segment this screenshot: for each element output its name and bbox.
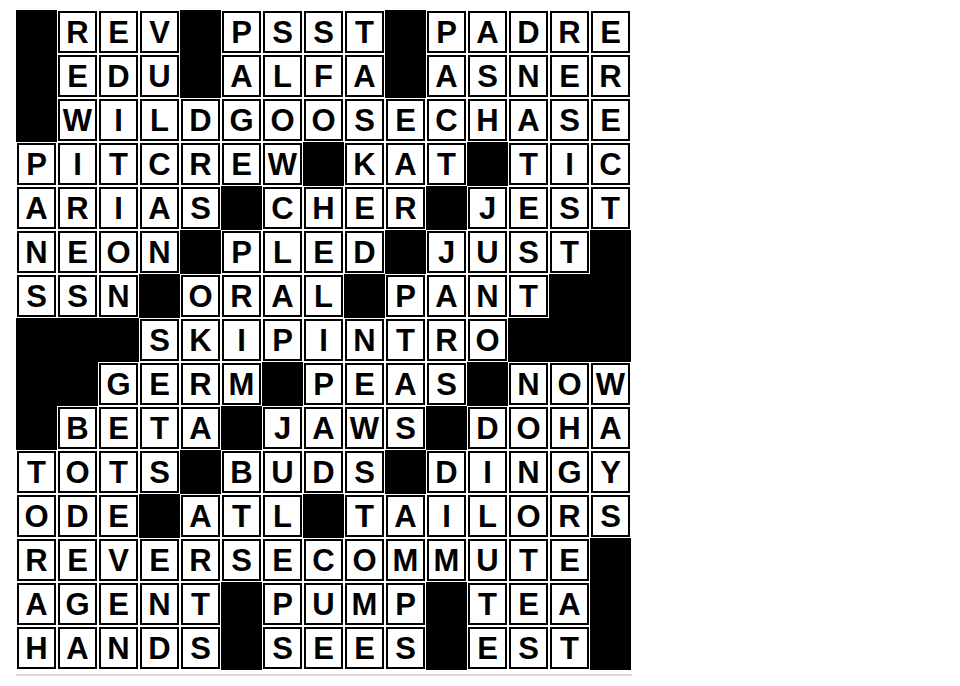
letter-cell[interactable]: T: [468, 583, 507, 625]
letter-cell[interactable]: Y: [591, 451, 630, 493]
letter-cell[interactable]: T: [345, 495, 384, 537]
letter-cell[interactable]: C: [304, 539, 343, 581]
letter-cell[interactable]: T: [140, 407, 179, 449]
black-cell: [426, 626, 467, 670]
letter-cell[interactable]: S: [550, 99, 589, 141]
letter-cell[interactable]: G: [222, 99, 261, 141]
black-cell: [385, 10, 426, 54]
letter-cell[interactable]: J: [427, 231, 466, 273]
black-cell: [16, 318, 57, 362]
letter-cell[interactable]: L: [140, 99, 179, 141]
letter-cell[interactable]: R: [386, 187, 425, 229]
letter-cell[interactable]: S: [263, 11, 302, 53]
letter-cell[interactable]: I: [468, 451, 507, 493]
letter-cell[interactable]: C: [263, 187, 302, 229]
letter-cell[interactable]: E: [550, 539, 589, 581]
letter-cell[interactable]: D: [140, 627, 179, 669]
letter-cell[interactable]: A: [550, 583, 589, 625]
black-cell: [590, 626, 631, 670]
letter-cell[interactable]: O: [345, 539, 384, 581]
black-cell: [303, 142, 344, 186]
letter-cell[interactable]: D: [304, 451, 343, 493]
letter-cell[interactable]: S: [345, 451, 384, 493]
letter-cell[interactable]: P: [263, 319, 302, 361]
letter-cell[interactable]: H: [550, 407, 589, 449]
letter-cell[interactable]: E: [509, 583, 548, 625]
letter-cell[interactable]: E: [591, 99, 630, 141]
crossword-board: REVPSSTPADREEDUALFAASNERWILDGOOSECHASEPI…: [16, 10, 631, 670]
letter-cell[interactable]: U: [468, 539, 507, 581]
letter-cell[interactable]: T: [99, 451, 138, 493]
letter-cell[interactable]: P: [222, 231, 261, 273]
letter-cell[interactable]: A: [58, 627, 97, 669]
letter-cell[interactable]: H: [17, 627, 56, 669]
black-cell: [508, 318, 549, 362]
letter-cell[interactable]: A: [591, 407, 630, 449]
letter-cell[interactable]: O: [468, 319, 507, 361]
letter-cell[interactable]: W: [58, 99, 97, 141]
letter-cell[interactable]: T: [550, 231, 589, 273]
letter-cell[interactable]: E: [304, 627, 343, 669]
black-cell: [549, 274, 590, 318]
letter-cell[interactable]: R: [550, 11, 589, 53]
black-cell: [426, 186, 467, 230]
letter-cell[interactable]: D: [181, 99, 220, 141]
black-cell: [385, 230, 426, 274]
letter-cell[interactable]: U: [140, 55, 179, 97]
letter-cell[interactable]: S: [386, 627, 425, 669]
letter-cell[interactable]: I: [427, 495, 466, 537]
black-cell: [426, 406, 467, 450]
letter-cell[interactable]: A: [427, 55, 466, 97]
letter-cell[interactable]: S: [263, 627, 302, 669]
letter-cell[interactable]: P: [263, 583, 302, 625]
letter-cell[interactable]: E: [99, 495, 138, 537]
letter-cell[interactable]: E: [591, 11, 630, 53]
black-cell: [590, 318, 631, 362]
letter-cell[interactable]: W: [263, 143, 302, 185]
letter-cell[interactable]: A: [386, 495, 425, 537]
letter-cell[interactable]: E: [386, 99, 425, 141]
letter-cell[interactable]: H: [468, 99, 507, 141]
letter-cell[interactable]: S: [345, 99, 384, 141]
letter-cell[interactable]: T: [509, 539, 548, 581]
letter-cell[interactable]: T: [509, 143, 548, 185]
letter-cell[interactable]: D: [427, 451, 466, 493]
black-cell: [385, 450, 426, 494]
letter-cell[interactable]: O: [17, 495, 56, 537]
letter-cell[interactable]: B: [58, 407, 97, 449]
letter-cell[interactable]: E: [345, 187, 384, 229]
letter-cell[interactable]: O: [509, 407, 548, 449]
letter-cell[interactable]: S: [427, 363, 466, 405]
letter-cell[interactable]: D: [58, 495, 97, 537]
letter-cell[interactable]: G: [99, 363, 138, 405]
letter-cell[interactable]: R: [181, 143, 220, 185]
letter-cell[interactable]: L: [263, 231, 302, 273]
letter-cell[interactable]: O: [509, 495, 548, 537]
letter-cell[interactable]: T: [222, 495, 261, 537]
letter-cell[interactable]: A: [181, 407, 220, 449]
black-cell: [180, 230, 221, 274]
letter-cell[interactable]: T: [181, 583, 220, 625]
black-cell: [180, 10, 221, 54]
page: REVPSSTPADREEDUALFAASNERWILDGOOSECHASEPI…: [0, 0, 960, 686]
letter-cell[interactable]: U: [263, 451, 302, 493]
letter-cell[interactable]: A: [427, 275, 466, 317]
letter-cell[interactable]: D: [345, 231, 384, 273]
letter-cell[interactable]: J: [468, 187, 507, 229]
letter-cell[interactable]: I: [550, 143, 589, 185]
letter-cell[interactable]: E: [509, 187, 548, 229]
black-cell: [16, 10, 57, 54]
black-cell: [57, 362, 98, 406]
black-cell: [590, 274, 631, 318]
letter-cell[interactable]: A: [17, 583, 56, 625]
letter-cell[interactable]: A: [140, 187, 179, 229]
black-cell: [16, 98, 57, 142]
letter-cell[interactable]: E: [345, 363, 384, 405]
letter-cell[interactable]: W: [591, 363, 630, 405]
letter-cell[interactable]: K: [181, 319, 220, 361]
letter-cell[interactable]: K: [345, 143, 384, 185]
letter-cell[interactable]: T: [99, 143, 138, 185]
letter-cell[interactable]: M: [345, 583, 384, 625]
letter-cell[interactable]: P: [427, 11, 466, 53]
letter-cell[interactable]: E: [222, 143, 261, 185]
letter-cell[interactable]: J: [263, 407, 302, 449]
letter-cell[interactable]: B: [222, 451, 261, 493]
letter-cell[interactable]: S: [58, 275, 97, 317]
letter-cell[interactable]: A: [263, 275, 302, 317]
black-cell: [221, 582, 262, 626]
letter-cell[interactable]: I: [58, 143, 97, 185]
letter-cell[interactable]: N: [509, 55, 548, 97]
letter-cell[interactable]: I: [304, 319, 343, 361]
letter-cell[interactable]: S: [591, 495, 630, 537]
letter-cell[interactable]: C: [427, 99, 466, 141]
letter-cell[interactable]: O: [181, 275, 220, 317]
letter-cell[interactable]: S: [222, 539, 261, 581]
letter-cell[interactable]: S: [17, 275, 56, 317]
letter-cell[interactable]: E: [140, 363, 179, 405]
letter-cell[interactable]: L: [468, 495, 507, 537]
black-cell: [16, 406, 57, 450]
letter-cell[interactable]: L: [304, 275, 343, 317]
letter-cell[interactable]: S: [304, 11, 343, 53]
black-cell: [98, 318, 139, 362]
letter-cell[interactable]: E: [58, 231, 97, 273]
letter-cell[interactable]: P: [386, 275, 425, 317]
letter-cell[interactable]: E: [304, 231, 343, 273]
letter-cell[interactable]: A: [304, 407, 343, 449]
letter-cell[interactable]: N: [509, 451, 548, 493]
letter-cell[interactable]: E: [550, 55, 589, 97]
letter-cell[interactable]: M: [386, 539, 425, 581]
letter-cell[interactable]: M: [222, 363, 261, 405]
letter-cell[interactable]: F: [304, 55, 343, 97]
black-cell: [590, 230, 631, 274]
letter-cell[interactable]: S: [550, 187, 589, 229]
letter-cell[interactable]: P: [304, 363, 343, 405]
letter-cell[interactable]: N: [99, 627, 138, 669]
letter-cell[interactable]: S: [181, 627, 220, 669]
letter-cell[interactable]: O: [263, 99, 302, 141]
black-cell: [221, 406, 262, 450]
letter-cell[interactable]: R: [58, 11, 97, 53]
letter-cell[interactable]: R: [17, 539, 56, 581]
letter-cell[interactable]: E: [99, 11, 138, 53]
black-cell: [467, 142, 508, 186]
letter-cell[interactable]: S: [140, 319, 179, 361]
letter-cell[interactable]: W: [345, 407, 384, 449]
black-cell: [139, 274, 180, 318]
letter-cell[interactable]: T: [591, 187, 630, 229]
letter-cell[interactable]: A: [222, 55, 261, 97]
black-cell: [16, 362, 57, 406]
letter-cell[interactable]: P: [386, 583, 425, 625]
black-cell: [16, 54, 57, 98]
letter-cell[interactable]: C: [140, 143, 179, 185]
letter-cell[interactable]: D: [99, 55, 138, 97]
letter-cell[interactable]: N: [345, 319, 384, 361]
letter-cell[interactable]: A: [181, 495, 220, 537]
black-cell: [139, 494, 180, 538]
letter-cell[interactable]: A: [345, 55, 384, 97]
letter-cell[interactable]: T: [345, 11, 384, 53]
letter-cell[interactable]: E: [140, 539, 179, 581]
black-cell: [303, 494, 344, 538]
letter-cell[interactable]: L: [263, 55, 302, 97]
letter-cell[interactable]: M: [427, 539, 466, 581]
letter-cell[interactable]: E: [263, 539, 302, 581]
letter-cell[interactable]: E: [99, 583, 138, 625]
letter-cell[interactable]: H: [304, 187, 343, 229]
letter-cell[interactable]: R: [222, 275, 261, 317]
letter-cell[interactable]: A: [17, 187, 56, 229]
letter-cell[interactable]: T: [17, 451, 56, 493]
letter-cell[interactable]: I: [222, 319, 261, 361]
letter-cell[interactable]: C: [591, 143, 630, 185]
letter-cell[interactable]: I: [99, 187, 138, 229]
black-cell: [590, 538, 631, 582]
letter-cell[interactable]: V: [99, 539, 138, 581]
letter-cell[interactable]: V: [140, 11, 179, 53]
letter-cell[interactable]: O: [550, 363, 589, 405]
letter-cell[interactable]: R: [550, 495, 589, 537]
black-cell: [426, 582, 467, 626]
letter-cell[interactable]: E: [99, 407, 138, 449]
black-cell: [549, 318, 590, 362]
letter-cell[interactable]: I: [99, 99, 138, 141]
letter-cell[interactable]: T: [509, 275, 548, 317]
letter-cell[interactable]: D: [509, 11, 548, 53]
black-cell: [385, 54, 426, 98]
letter-cell[interactable]: P: [17, 143, 56, 185]
letter-cell[interactable]: S: [181, 187, 220, 229]
letter-cell[interactable]: S: [509, 627, 548, 669]
letter-cell[interactable]: G: [58, 583, 97, 625]
black-cell: [221, 186, 262, 230]
letter-cell[interactable]: T: [427, 143, 466, 185]
black-cell: [467, 362, 508, 406]
letter-cell[interactable]: U: [304, 583, 343, 625]
black-cell: [180, 54, 221, 98]
letter-cell[interactable]: E: [468, 627, 507, 669]
letter-cell[interactable]: P: [222, 11, 261, 53]
black-cell: [57, 318, 98, 362]
letter-cell[interactable]: T: [550, 627, 589, 669]
black-cell: [590, 582, 631, 626]
letter-cell[interactable]: R: [181, 539, 220, 581]
black-cell: [344, 274, 385, 318]
letter-cell[interactable]: S: [509, 231, 548, 273]
letter-cell[interactable]: R: [58, 187, 97, 229]
black-cell: [180, 450, 221, 494]
letter-cell[interactable]: L: [263, 495, 302, 537]
letter-cell[interactable]: O: [99, 231, 138, 273]
black-cell: [262, 362, 303, 406]
letter-cell[interactable]: R: [427, 319, 466, 361]
letter-cell[interactable]: U: [468, 231, 507, 273]
letter-cell[interactable]: R: [591, 55, 630, 97]
letter-cell[interactable]: N: [509, 363, 548, 405]
letter-cell[interactable]: A: [386, 143, 425, 185]
letter-cell[interactable]: A: [386, 363, 425, 405]
letter-cell[interactable]: A: [468, 11, 507, 53]
letter-cell[interactable]: D: [468, 407, 507, 449]
letter-cell[interactable]: O: [304, 99, 343, 141]
letter-cell[interactable]: T: [386, 319, 425, 361]
letter-cell[interactable]: O: [58, 451, 97, 493]
letter-cell[interactable]: E: [58, 539, 97, 581]
letter-cell[interactable]: S: [468, 55, 507, 97]
letter-cell[interactable]: N: [468, 275, 507, 317]
letter-cell[interactable]: N: [140, 583, 179, 625]
letter-cell[interactable]: G: [550, 451, 589, 493]
letter-cell[interactable]: S: [140, 451, 179, 493]
black-cell: [221, 626, 262, 670]
letter-cell[interactable]: N: [17, 231, 56, 273]
board-shadow-line: [16, 674, 632, 676]
letter-cell[interactable]: R: [181, 363, 220, 405]
letter-cell[interactable]: E: [58, 55, 97, 97]
letter-cell[interactable]: N: [99, 275, 138, 317]
letter-cell[interactable]: E: [345, 627, 384, 669]
letter-cell[interactable]: N: [140, 231, 179, 273]
letter-cell[interactable]: A: [509, 99, 548, 141]
letter-cell[interactable]: S: [386, 407, 425, 449]
